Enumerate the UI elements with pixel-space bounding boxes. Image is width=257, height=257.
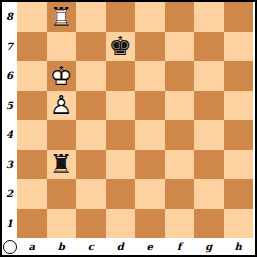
square-h1[interactable]: [224, 209, 254, 239]
square-a5[interactable]: [17, 91, 47, 121]
file-label-d: d: [106, 238, 136, 255]
square-d6[interactable]: [106, 61, 136, 91]
square-h5[interactable]: [224, 91, 254, 121]
square-d8[interactable]: [106, 2, 136, 32]
square-a7[interactable]: [17, 32, 47, 62]
square-c5[interactable]: [76, 91, 106, 121]
piece-white-king-b6[interactable]: ♚♔: [47, 61, 77, 91]
square-c2[interactable]: [76, 179, 106, 209]
square-g6[interactable]: [194, 61, 224, 91]
square-b4[interactable]: [47, 120, 77, 150]
square-e5[interactable]: [135, 91, 165, 121]
square-h4[interactable]: [224, 120, 254, 150]
chess-board: 8♜♖7♚6♚♔5♟♙43♜21abcdefgh: [2, 2, 255, 255]
piece-white-rook-b8[interactable]: ♜♖: [47, 2, 77, 32]
square-f3[interactable]: [165, 150, 195, 180]
file-label-g: g: [194, 238, 224, 255]
rank-label-8: 8: [2, 2, 17, 32]
square-h7[interactable]: [224, 32, 254, 62]
square-a1[interactable]: [17, 209, 47, 239]
square-d3[interactable]: [106, 150, 136, 180]
square-f4[interactable]: [165, 120, 195, 150]
square-b7[interactable]: [47, 32, 77, 62]
square-b3[interactable]: ♜: [47, 150, 77, 180]
square-f6[interactable]: [165, 61, 195, 91]
side-to-move-indicator-circle: [3, 240, 17, 254]
file-label-f: f: [165, 238, 195, 255]
file-label-e: e: [135, 238, 165, 255]
square-f5[interactable]: [165, 91, 195, 121]
square-e6[interactable]: [135, 61, 165, 91]
square-g5[interactable]: [194, 91, 224, 121]
piece-white-pawn-b5[interactable]: ♟♙: [47, 91, 77, 121]
square-g1[interactable]: [194, 209, 224, 239]
square-g4[interactable]: [194, 120, 224, 150]
square-d4[interactable]: [106, 120, 136, 150]
black-king-glyph: ♚: [106, 32, 136, 62]
square-c1[interactable]: [76, 209, 106, 239]
piece-black-rook-b3[interactable]: ♜: [47, 150, 77, 180]
square-d5[interactable]: [106, 91, 136, 121]
rank-label-1: 1: [2, 209, 17, 239]
chess-diagram: 8♜♖7♚6♚♔5♟♙43♜21abcdefgh: [0, 0, 257, 257]
side-to-move-cell: [2, 238, 17, 255]
rank-label-2: 2: [2, 179, 17, 209]
square-c4[interactable]: [76, 120, 106, 150]
square-c8[interactable]: [76, 2, 106, 32]
file-label-b: b: [47, 238, 77, 255]
square-d7[interactable]: ♚: [106, 32, 136, 62]
square-b1[interactable]: [47, 209, 77, 239]
square-h3[interactable]: [224, 150, 254, 180]
square-e3[interactable]: [135, 150, 165, 180]
rank-label-6: 6: [2, 61, 17, 91]
square-d2[interactable]: [106, 179, 136, 209]
square-g7[interactable]: [194, 32, 224, 62]
square-f8[interactable]: [165, 2, 195, 32]
square-e7[interactable]: [135, 32, 165, 62]
square-e4[interactable]: [135, 120, 165, 150]
white-pawn-outline-glyph: ♙: [47, 91, 77, 121]
square-c3[interactable]: [76, 150, 106, 180]
rank-label-5: 5: [2, 91, 17, 121]
square-g2[interactable]: [194, 179, 224, 209]
file-label-h: h: [224, 238, 254, 255]
square-f2[interactable]: [165, 179, 195, 209]
square-b6[interactable]: ♚♔: [47, 61, 77, 91]
square-h2[interactable]: [224, 179, 254, 209]
black-rook-glyph: ♜: [47, 150, 77, 180]
square-e8[interactable]: [135, 2, 165, 32]
square-a4[interactable]: [17, 120, 47, 150]
rank-label-7: 7: [2, 32, 17, 62]
square-b2[interactable]: [47, 179, 77, 209]
square-f7[interactable]: [165, 32, 195, 62]
piece-black-king-d7[interactable]: ♚: [106, 32, 136, 62]
square-e1[interactable]: [135, 209, 165, 239]
file-label-c: c: [76, 238, 106, 255]
white-rook-outline-glyph: ♖: [47, 2, 77, 32]
square-f1[interactable]: [165, 209, 195, 239]
square-c7[interactable]: [76, 32, 106, 62]
square-a8[interactable]: [17, 2, 47, 32]
white-king-outline-glyph: ♔: [47, 61, 77, 91]
square-d1[interactable]: [106, 209, 136, 239]
square-g8[interactable]: [194, 2, 224, 32]
square-a6[interactable]: [17, 61, 47, 91]
square-a3[interactable]: [17, 150, 47, 180]
square-b8[interactable]: ♜♖: [47, 2, 77, 32]
square-h6[interactable]: [224, 61, 254, 91]
rank-label-3: 3: [2, 150, 17, 180]
file-label-a: a: [17, 238, 47, 255]
square-a2[interactable]: [17, 179, 47, 209]
square-b5[interactable]: ♟♙: [47, 91, 77, 121]
rank-label-4: 4: [2, 120, 17, 150]
square-c6[interactable]: [76, 61, 106, 91]
square-e2[interactable]: [135, 179, 165, 209]
square-g3[interactable]: [194, 150, 224, 180]
square-h8[interactable]: [224, 2, 254, 32]
